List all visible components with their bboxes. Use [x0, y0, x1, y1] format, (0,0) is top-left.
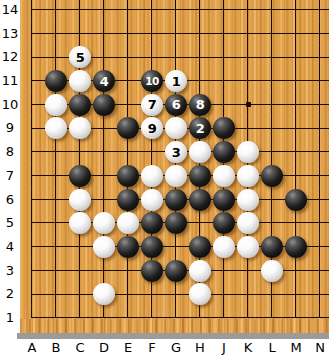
- board-cell[interactable]: [284, 188, 308, 212]
- black-stone: [213, 189, 235, 211]
- board-cell[interactable]: [236, 259, 260, 283]
- board-cell[interactable]: [116, 69, 140, 93]
- board-cell[interactable]: [308, 117, 329, 141]
- board-cell[interactable]: [260, 211, 284, 235]
- board-shadow: [17, 333, 329, 339]
- black-stone: 2: [189, 117, 211, 139]
- board-cell[interactable]: [20, 0, 44, 22]
- board-cell[interactable]: [116, 282, 140, 306]
- board-cell[interactable]: [164, 259, 188, 283]
- board-cell[interactable]: 2: [188, 117, 212, 141]
- board-cell[interactable]: [44, 93, 68, 117]
- row-coordinate-label: 7: [0, 168, 20, 184]
- board-cell[interactable]: [20, 164, 44, 188]
- board-cell[interactable]: [284, 282, 308, 306]
- board-cell[interactable]: [44, 22, 68, 46]
- board-cell[interactable]: [92, 164, 116, 188]
- white-stone: [117, 212, 139, 234]
- white-stone: [261, 260, 283, 282]
- board-cell[interactable]: [44, 46, 68, 70]
- board-cell[interactable]: [92, 0, 116, 22]
- white-stone: [237, 212, 259, 234]
- board-cell[interactable]: [236, 117, 260, 141]
- board-cell[interactable]: [308, 22, 329, 46]
- board-cell[interactable]: [68, 188, 92, 212]
- black-stone: [261, 165, 283, 187]
- board-cell[interactable]: [68, 211, 92, 235]
- column-coordinate-label: J: [212, 340, 236, 356]
- board-cell[interactable]: [92, 211, 116, 235]
- black-stone: [213, 212, 235, 234]
- black-stone: [117, 117, 139, 139]
- board-cell[interactable]: [68, 306, 92, 330]
- white-stone: 5: [69, 46, 91, 68]
- black-stone: [165, 212, 187, 234]
- board-cell[interactable]: [308, 235, 329, 259]
- row-coordinate-label: 12: [0, 49, 20, 65]
- go-board-background: 54101768923: [20, 0, 329, 333]
- board-cell[interactable]: [260, 259, 284, 283]
- board-cell[interactable]: [68, 117, 92, 141]
- board-cell[interactable]: [44, 0, 68, 22]
- board-cell[interactable]: [212, 93, 236, 117]
- board-cell[interactable]: [260, 235, 284, 259]
- white-stone: 9: [141, 117, 163, 139]
- board-cell[interactable]: [164, 282, 188, 306]
- board-cell[interactable]: [92, 22, 116, 46]
- board-cell[interactable]: [92, 306, 116, 330]
- row-coordinate-label: 5: [0, 215, 20, 231]
- board-cell[interactable]: [20, 69, 44, 93]
- board-cell[interactable]: [212, 117, 236, 141]
- board-cell[interactable]: [164, 188, 188, 212]
- board-cell[interactable]: [44, 140, 68, 164]
- board-cell[interactable]: [116, 235, 140, 259]
- board-cell[interactable]: [44, 282, 68, 306]
- board-cell[interactable]: [140, 0, 164, 22]
- board-cell[interactable]: [44, 306, 68, 330]
- board-cell[interactable]: [236, 188, 260, 212]
- row-coordinate-label: 13: [0, 26, 20, 42]
- board-cell[interactable]: [236, 69, 260, 93]
- board-cell[interactable]: [92, 235, 116, 259]
- board-cell[interactable]: [20, 117, 44, 141]
- column-coordinate-label: N: [308, 340, 329, 356]
- column-coordinate-label: H: [188, 340, 212, 356]
- board-cell[interactable]: 1: [164, 69, 188, 93]
- board-cell[interactable]: [236, 306, 260, 330]
- white-stone: [237, 141, 259, 163]
- board-cell[interactable]: [44, 188, 68, 212]
- white-stone: [237, 236, 259, 258]
- board-cell[interactable]: [188, 0, 212, 22]
- column-coordinate-label: G: [164, 340, 188, 356]
- board-cell[interactable]: [116, 188, 140, 212]
- board-cell[interactable]: [212, 306, 236, 330]
- black-stone: [189, 189, 211, 211]
- row-coordinate-label: 14: [0, 2, 20, 18]
- board-cell[interactable]: [20, 22, 44, 46]
- row-coordinate-label: 8: [0, 144, 20, 160]
- board-cell[interactable]: [284, 259, 308, 283]
- board-cell[interactable]: [188, 22, 212, 46]
- board-cell[interactable]: [44, 235, 68, 259]
- board-cell[interactable]: [260, 69, 284, 93]
- black-stone: [189, 236, 211, 258]
- board-cell[interactable]: [20, 140, 44, 164]
- board-cell[interactable]: [92, 188, 116, 212]
- board-cell[interactable]: [236, 164, 260, 188]
- board-cell[interactable]: [164, 235, 188, 259]
- board-cell[interactable]: [212, 259, 236, 283]
- board-cell[interactable]: [212, 0, 236, 22]
- board-cell[interactable]: [68, 93, 92, 117]
- white-stone: [45, 94, 67, 116]
- board-cell[interactable]: [284, 306, 308, 330]
- board-cell[interactable]: [284, 211, 308, 235]
- white-stone: [213, 165, 235, 187]
- board-cell[interactable]: 7: [140, 93, 164, 117]
- board-cell[interactable]: [116, 140, 140, 164]
- board-cell[interactable]: [236, 235, 260, 259]
- board-cell[interactable]: [44, 211, 68, 235]
- board-cell[interactable]: 10: [140, 69, 164, 93]
- board-cell[interactable]: [140, 235, 164, 259]
- move-number-label: 1: [172, 75, 181, 88]
- board-cell[interactable]: [284, 69, 308, 93]
- white-stone: [45, 117, 67, 139]
- black-stone: [117, 236, 139, 258]
- board-cell[interactable]: [140, 188, 164, 212]
- column-coordinate-label: K: [236, 340, 260, 356]
- board-cell[interactable]: [20, 235, 44, 259]
- board-cell[interactable]: [260, 306, 284, 330]
- board-cell[interactable]: [308, 46, 329, 70]
- board-cell[interactable]: [20, 306, 44, 330]
- column-coordinate-label: E: [116, 340, 140, 356]
- board-cell[interactable]: [212, 211, 236, 235]
- black-stone: 4: [93, 70, 115, 92]
- row-coordinate-label: 6: [0, 192, 20, 208]
- move-number-label: 3: [172, 146, 181, 159]
- board-cell[interactable]: [188, 259, 212, 283]
- board-cell[interactable]: [260, 164, 284, 188]
- board-cell[interactable]: [68, 0, 92, 22]
- move-number-label: 7: [148, 98, 157, 111]
- board-cell[interactable]: [260, 140, 284, 164]
- black-stone: [213, 141, 235, 163]
- board-cell[interactable]: [308, 306, 329, 330]
- board-cell[interactable]: [20, 93, 44, 117]
- column-coordinate-label: M: [284, 340, 308, 356]
- black-stone: [69, 165, 91, 187]
- column-coordinate-label: L: [260, 340, 284, 356]
- board-cell[interactable]: [68, 235, 92, 259]
- black-stone: [93, 94, 115, 116]
- row-coordinate-label: 2: [0, 286, 20, 302]
- board-cell[interactable]: [68, 164, 92, 188]
- white-stone: 7: [141, 94, 163, 116]
- black-stone: 10: [141, 70, 163, 92]
- board-cell[interactable]: [308, 0, 329, 22]
- board-cell[interactable]: [236, 93, 260, 117]
- board-cell[interactable]: [116, 259, 140, 283]
- board-cell[interactable]: [116, 164, 140, 188]
- black-stone: [285, 236, 307, 258]
- white-stone: [237, 189, 259, 211]
- board-cell[interactable]: 9: [140, 117, 164, 141]
- board-cell[interactable]: [140, 282, 164, 306]
- board-cell[interactable]: [284, 164, 308, 188]
- board-cell[interactable]: [188, 188, 212, 212]
- white-stone: [213, 236, 235, 258]
- board-cell[interactable]: [140, 306, 164, 330]
- column-coordinate-label: A: [20, 340, 44, 356]
- board-cell[interactable]: [164, 164, 188, 188]
- board-cell[interactable]: [68, 259, 92, 283]
- board-cell[interactable]: [236, 140, 260, 164]
- board-cell[interactable]: [44, 117, 68, 141]
- white-stone: [69, 189, 91, 211]
- board-cell[interactable]: [236, 282, 260, 306]
- column-coordinate-label: B: [44, 340, 68, 356]
- board-cell[interactable]: [92, 282, 116, 306]
- board-cell[interactable]: [212, 188, 236, 212]
- board-cell[interactable]: [44, 164, 68, 188]
- row-coordinate-label: 11: [0, 73, 20, 89]
- board-cell[interactable]: [20, 211, 44, 235]
- board-cell[interactable]: [116, 0, 140, 22]
- board-cell[interactable]: [284, 46, 308, 70]
- board-cell[interactable]: [116, 93, 140, 117]
- black-stone: [165, 189, 187, 211]
- black-stone: [141, 212, 163, 234]
- black-stone: 6: [165, 94, 187, 116]
- board-cell[interactable]: [164, 22, 188, 46]
- row-coordinate-label: 10: [0, 97, 20, 113]
- board-cell[interactable]: [68, 69, 92, 93]
- board-cell[interactable]: [236, 0, 260, 22]
- board-cell[interactable]: [212, 235, 236, 259]
- board-cell[interactable]: [212, 69, 236, 93]
- row-coordinate-label: 1: [0, 310, 20, 326]
- board-cell[interactable]: [212, 164, 236, 188]
- board-cell[interactable]: [116, 22, 140, 46]
- black-stone: 8: [189, 94, 211, 116]
- black-stone: [285, 189, 307, 211]
- board-cell[interactable]: [308, 140, 329, 164]
- move-number-label: 2: [196, 122, 205, 135]
- row-coordinate-label: 9: [0, 120, 20, 136]
- board-cell[interactable]: [308, 211, 329, 235]
- white-stone: [189, 141, 211, 163]
- black-stone: [213, 117, 235, 139]
- board-cell[interactable]: [260, 0, 284, 22]
- board-cell[interactable]: [308, 93, 329, 117]
- board-cell[interactable]: [188, 282, 212, 306]
- board-cell[interactable]: [164, 46, 188, 70]
- board-cell[interactable]: [92, 117, 116, 141]
- board-cell[interactable]: [236, 22, 260, 46]
- board-cell[interactable]: 3: [164, 140, 188, 164]
- go-board: 54101768923: [20, 0, 329, 330]
- board-cell[interactable]: [140, 140, 164, 164]
- board-cell[interactable]: [212, 46, 236, 70]
- board-cell[interactable]: 5: [68, 46, 92, 70]
- board-cell[interactable]: [188, 164, 212, 188]
- white-stone: 1: [165, 70, 187, 92]
- board-cell[interactable]: [140, 164, 164, 188]
- board-cell[interactable]: [140, 22, 164, 46]
- board-cell[interactable]: [212, 22, 236, 46]
- board-cell[interactable]: [92, 140, 116, 164]
- board-cell[interactable]: [236, 211, 260, 235]
- board-cell[interactable]: [164, 211, 188, 235]
- board-cell[interactable]: [188, 46, 212, 70]
- black-stone: [69, 94, 91, 116]
- black-stone: [261, 236, 283, 258]
- board-cell[interactable]: [20, 46, 44, 70]
- white-stone: [69, 70, 91, 92]
- board-cell[interactable]: [308, 164, 329, 188]
- board-cell[interactable]: [260, 22, 284, 46]
- board-cell[interactable]: [140, 259, 164, 283]
- board-cell[interactable]: [260, 188, 284, 212]
- column-coordinate-label: D: [92, 340, 116, 356]
- board-cell[interactable]: [68, 22, 92, 46]
- white-stone: [69, 117, 91, 139]
- white-stone: [93, 212, 115, 234]
- board-cell[interactable]: [44, 69, 68, 93]
- board-cell[interactable]: [284, 0, 308, 22]
- board-cell[interactable]: [260, 282, 284, 306]
- board-cell[interactable]: [308, 282, 329, 306]
- board-cell[interactable]: [260, 46, 284, 70]
- board-cell[interactable]: [68, 140, 92, 164]
- board-cell[interactable]: [188, 211, 212, 235]
- board-cell[interactable]: 8: [188, 93, 212, 117]
- board-cell[interactable]: 4: [92, 69, 116, 93]
- board-cell[interactable]: [164, 306, 188, 330]
- board-cell[interactable]: [164, 117, 188, 141]
- black-stone: [141, 236, 163, 258]
- board-cell[interactable]: [116, 117, 140, 141]
- board-cell[interactable]: [308, 69, 329, 93]
- white-stone: [69, 212, 91, 234]
- board-cell[interactable]: [140, 211, 164, 235]
- black-stone: [189, 165, 211, 187]
- white-stone: [141, 189, 163, 211]
- board-cell[interactable]: [284, 22, 308, 46]
- move-number-label: 8: [196, 98, 205, 111]
- white-stone: [141, 165, 163, 187]
- board-cell[interactable]: [284, 235, 308, 259]
- board-cell[interactable]: [92, 259, 116, 283]
- go-diagram: 54101768923 1413121110987654321 ABCDEFGH…: [0, 0, 329, 356]
- white-stone: 3: [165, 141, 187, 163]
- board-cell[interactable]: [20, 188, 44, 212]
- board-cell[interactable]: [164, 0, 188, 22]
- white-stone: [237, 165, 259, 187]
- move-number-label: 6: [172, 98, 181, 111]
- board-cell[interactable]: [212, 140, 236, 164]
- white-stone: [93, 236, 115, 258]
- white-stone: [189, 260, 211, 282]
- white-stone: [189, 283, 211, 305]
- black-stone: [45, 70, 67, 92]
- white-stone: [165, 117, 187, 139]
- board-cell[interactable]: [44, 259, 68, 283]
- board-cell[interactable]: [68, 282, 92, 306]
- row-coordinate-label: 3: [0, 263, 20, 279]
- black-stone: [165, 260, 187, 282]
- board-cell[interactable]: [308, 188, 329, 212]
- star-point: [246, 102, 251, 107]
- board-cell[interactable]: [116, 46, 140, 70]
- white-stone: [93, 283, 115, 305]
- board-cell[interactable]: [260, 117, 284, 141]
- board-cell[interactable]: [188, 306, 212, 330]
- board-cell[interactable]: [188, 235, 212, 259]
- board-cell[interactable]: [284, 93, 308, 117]
- board-cell[interactable]: [140, 46, 164, 70]
- column-coordinate-label: C: [68, 340, 92, 356]
- board-cell[interactable]: 6: [164, 93, 188, 117]
- black-stone: [117, 189, 139, 211]
- board-cell[interactable]: [308, 259, 329, 283]
- board-cell[interactable]: [116, 211, 140, 235]
- board-cell[interactable]: [212, 282, 236, 306]
- white-stone: [165, 165, 187, 187]
- board-cell[interactable]: [188, 69, 212, 93]
- board-cell[interactable]: [260, 93, 284, 117]
- move-number-label: 4: [100, 75, 109, 88]
- board-cell[interactable]: [284, 117, 308, 141]
- board-cell[interactable]: [92, 46, 116, 70]
- board-cell[interactable]: [284, 140, 308, 164]
- move-number-label: 10: [145, 76, 159, 87]
- board-cell[interactable]: [92, 93, 116, 117]
- column-coordinate-label: F: [140, 340, 164, 356]
- board-cell[interactable]: [236, 46, 260, 70]
- board-cell[interactable]: [20, 282, 44, 306]
- board-cell[interactable]: [188, 140, 212, 164]
- black-stone: [117, 165, 139, 187]
- row-coordinate-label: 4: [0, 239, 20, 255]
- move-number-label: 9: [148, 122, 157, 135]
- board-cell[interactable]: [20, 259, 44, 283]
- black-stone: [141, 260, 163, 282]
- board-cell[interactable]: [116, 306, 140, 330]
- move-number-label: 5: [76, 51, 85, 64]
